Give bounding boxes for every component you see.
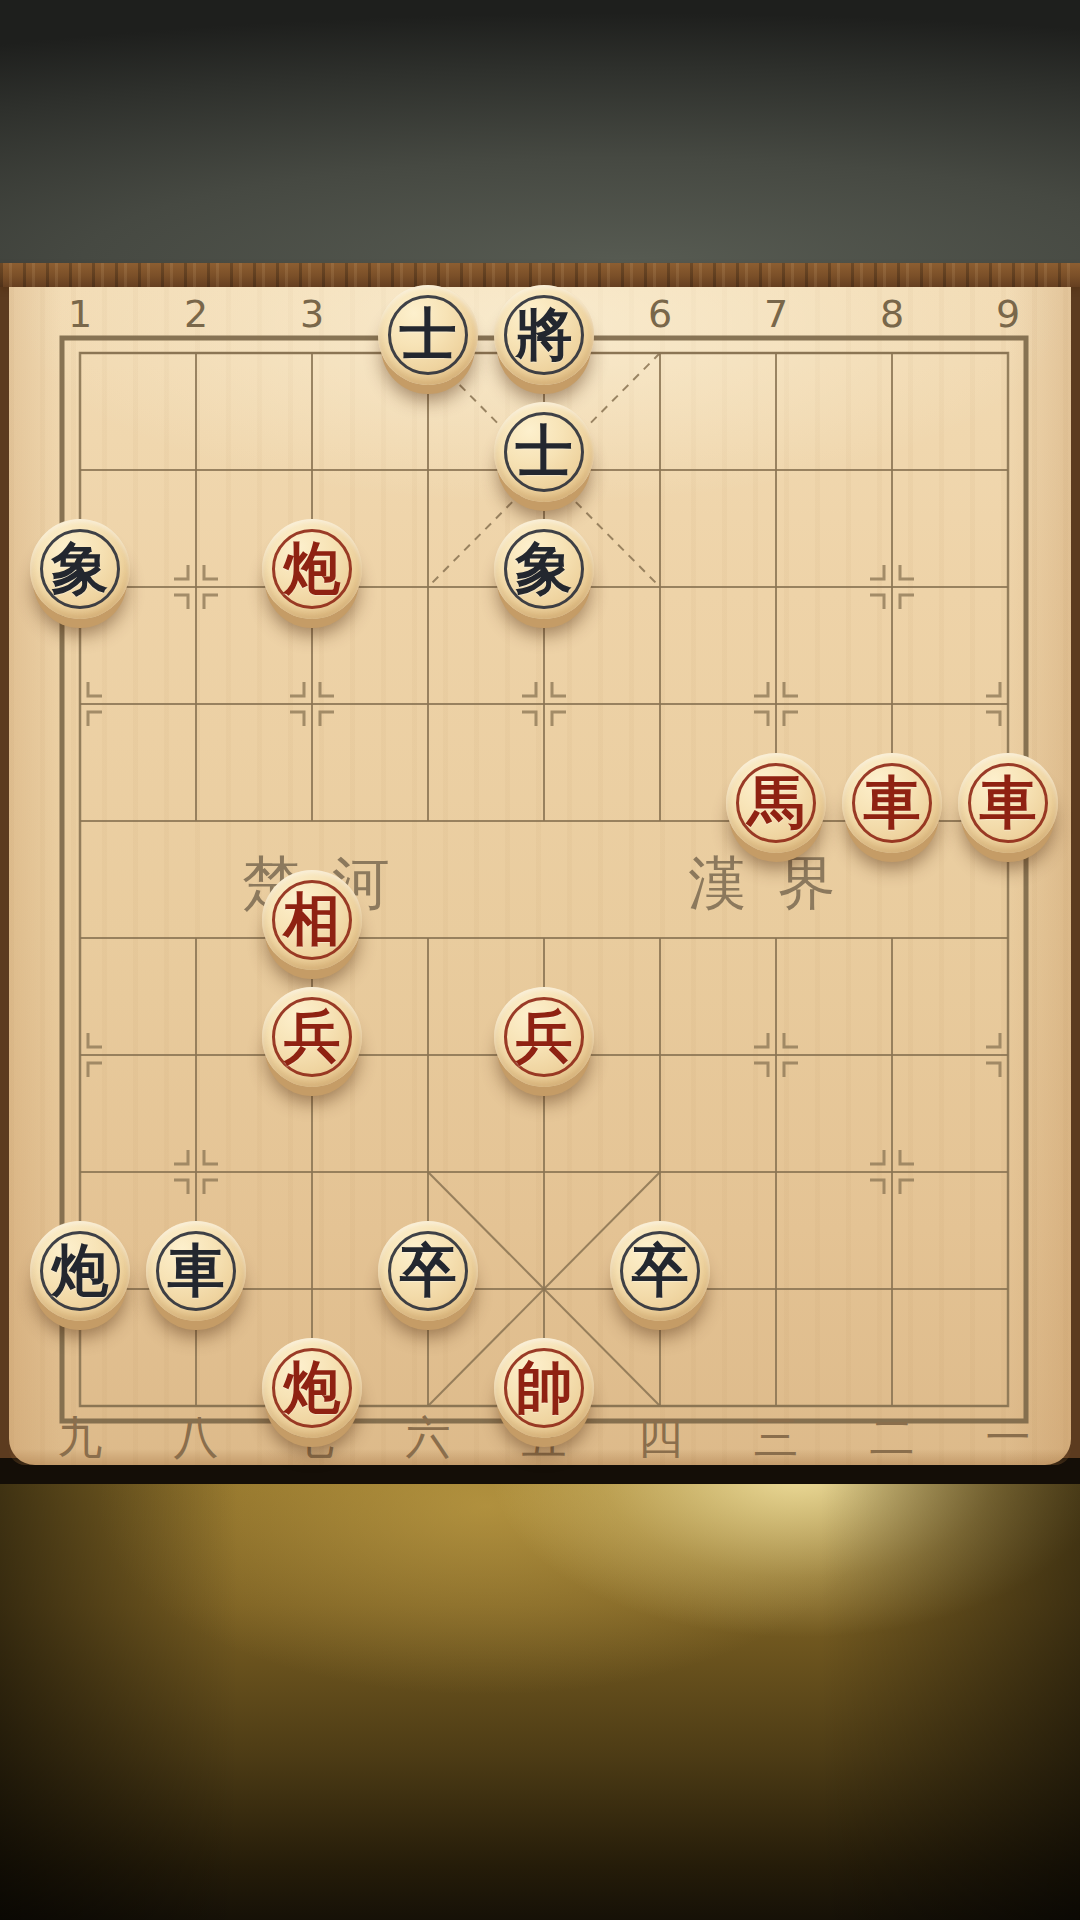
bottom-file-label: 一	[973, 1408, 1043, 1468]
top-file-label: 8	[862, 292, 922, 336]
piece-black-elephant[interactable]: 象	[30, 519, 130, 619]
river-text-right: 漢界	[688, 845, 836, 923]
piece-character: 馬	[726, 753, 826, 853]
piece-red-cannon[interactable]: 炮	[262, 1338, 362, 1438]
top-file-label: 3	[282, 292, 342, 336]
board-frame-top-edge	[0, 263, 1080, 287]
piece-black-advisor[interactable]: 士	[494, 402, 594, 502]
piece-black-chariot[interactable]: 車	[146, 1221, 246, 1321]
piece-character: 士	[494, 402, 594, 502]
piece-red-soldier[interactable]: 兵	[262, 987, 362, 1087]
river-character: 漢	[688, 845, 746, 923]
piece-red-chariot[interactable]: 車	[958, 753, 1058, 853]
piece-character: 兵	[494, 987, 594, 1087]
bottom-file-label: 二	[857, 1408, 927, 1468]
xiangqi-game-screen: 123456789九八七六五四三二一 楚河漢界 士將士象炮象馬車車相兵兵炮車卒卒…	[0, 0, 1080, 1920]
piece-red-cannon[interactable]: 炮	[262, 519, 362, 619]
piece-character: 炮	[262, 1338, 362, 1438]
bottom-gold-background	[0, 1470, 1080, 1920]
piece-black-soldier[interactable]: 卒	[610, 1221, 710, 1321]
bottom-file-label: 九	[45, 1408, 115, 1468]
piece-black-cannon[interactable]: 炮	[30, 1221, 130, 1321]
piece-character: 象	[494, 519, 594, 619]
piece-character: 炮	[30, 1221, 130, 1321]
bottom-file-label: 八	[161, 1408, 231, 1468]
bottom-file-label: 三	[741, 1408, 811, 1468]
top-file-label: 7	[746, 292, 806, 336]
piece-red-soldier[interactable]: 兵	[494, 987, 594, 1087]
piece-character: 車	[146, 1221, 246, 1321]
river-character: 界	[778, 845, 836, 923]
piece-character: 卒	[610, 1221, 710, 1321]
top-file-label: 6	[630, 292, 690, 336]
piece-character: 炮	[262, 519, 362, 619]
piece-red-horse[interactable]: 馬	[726, 753, 826, 853]
piece-character: 相	[262, 870, 362, 970]
piece-red-chariot[interactable]: 車	[842, 753, 942, 853]
piece-character: 將	[494, 285, 594, 385]
piece-character: 卒	[378, 1221, 478, 1321]
piece-black-elephant[interactable]: 象	[494, 519, 594, 619]
piece-character: 兵	[262, 987, 362, 1087]
piece-red-general[interactable]: 帥	[494, 1338, 594, 1438]
piece-black-soldier[interactable]: 卒	[378, 1221, 478, 1321]
bottom-file-label: 四	[625, 1408, 695, 1468]
piece-character: 帥	[494, 1338, 594, 1438]
piece-character: 象	[30, 519, 130, 619]
piece-black-general[interactable]: 將	[494, 285, 594, 385]
top-file-label: 2	[166, 292, 226, 336]
top-dark-background	[0, 0, 1080, 263]
piece-red-elephant[interactable]: 相	[262, 870, 362, 970]
piece-black-advisor[interactable]: 士	[378, 285, 478, 385]
bottom-file-label: 六	[393, 1408, 463, 1468]
piece-character: 車	[842, 753, 942, 853]
piece-character: 車	[958, 753, 1058, 853]
piece-character: 士	[378, 285, 478, 385]
top-file-label: 1	[50, 292, 110, 336]
top-file-label: 9	[978, 292, 1038, 336]
